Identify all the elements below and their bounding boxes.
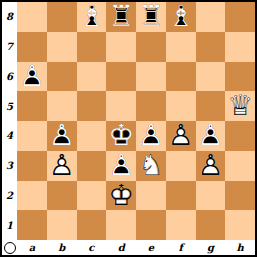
white-pawn-outline-glyph: ♙ (196, 151, 226, 181)
square-f2[interactable] (166, 181, 196, 211)
square-f6[interactable] (166, 62, 196, 92)
rank-label-7: 7 (2, 32, 17, 62)
square-h2[interactable] (225, 181, 255, 211)
white-pawn-f4[interactable]: ♟♙ (166, 121, 196, 151)
white-king-outline-glyph: ♔ (106, 181, 136, 211)
square-e3[interactable]: ♞♘ (136, 151, 166, 181)
square-h5[interactable]: ♛♕ (225, 91, 255, 121)
square-e4[interactable]: ♟♙ (136, 121, 166, 151)
square-g2[interactable] (196, 181, 226, 211)
black-rook-outline-glyph: ♖ (106, 2, 136, 32)
square-g3[interactable]: ♟♙ (196, 151, 226, 181)
square-g4[interactable]: ♟♙ (196, 121, 226, 151)
black-pawn-outline-glyph: ♙ (106, 151, 136, 181)
square-a2[interactable] (17, 181, 47, 211)
square-e8[interactable]: ♜♖ (136, 2, 166, 32)
file-label-h: h (225, 240, 255, 255)
black-rook-outline-glyph: ♖ (136, 2, 166, 32)
square-c1[interactable] (77, 210, 107, 240)
square-b4[interactable]: ♟♙ (47, 121, 77, 151)
file-label-c: c (77, 240, 107, 255)
square-b6[interactable] (47, 62, 77, 92)
black-pawn-e4[interactable]: ♟♙ (136, 121, 166, 151)
square-a7[interactable] (17, 32, 47, 62)
square-f8[interactable]: ♝♗ (166, 2, 196, 32)
rank-labels: 87654321 (2, 2, 17, 240)
square-f5[interactable] (166, 91, 196, 121)
black-rook-e8[interactable]: ♜♖ (136, 2, 166, 32)
square-a5[interactable] (17, 91, 47, 121)
to-move-corner (2, 240, 17, 255)
square-b1[interactable] (47, 210, 77, 240)
square-c2[interactable] (77, 181, 107, 211)
white-to-move-circle-icon (4, 242, 16, 254)
white-knight-outline-glyph: ♘ (136, 151, 166, 181)
black-king-outline-glyph: ♔ (106, 121, 136, 151)
file-label-e: e (136, 240, 166, 255)
square-h3[interactable] (225, 151, 255, 181)
black-rook-d8[interactable]: ♜♖ (106, 2, 136, 32)
file-label-g: g (196, 240, 226, 255)
black-bishop-f8[interactable]: ♝♗ (166, 2, 196, 32)
black-pawn-g4[interactable]: ♟♙ (196, 121, 226, 151)
rank-label-6: 6 (2, 62, 17, 92)
black-bishop-c8[interactable]: ♝♗ (77, 2, 107, 32)
chess-diagram: 87654321 ♝♗♜♖♜♖♝♗♟♙♛♕♟♙♚♔♟♙♟♙♟♙♟♙♟♙♞♘♟♙♚… (0, 0, 257, 257)
square-c3[interactable] (77, 151, 107, 181)
white-pawn-outline-glyph: ♙ (166, 121, 196, 151)
square-h8[interactable] (225, 2, 255, 32)
square-d8[interactable]: ♜♖ (106, 2, 136, 32)
square-d7[interactable] (106, 32, 136, 62)
square-b8[interactable] (47, 2, 77, 32)
white-queen-h5[interactable]: ♛♕ (225, 91, 255, 121)
square-e2[interactable] (136, 181, 166, 211)
rank-label-4: 4 (2, 121, 17, 151)
file-label-a: a (17, 240, 47, 255)
black-pawn-outline-glyph: ♙ (17, 62, 47, 92)
file-label-b: b (47, 240, 77, 255)
square-h6[interactable] (225, 62, 255, 92)
rank-label-2: 2 (2, 181, 17, 211)
square-h7[interactable] (225, 32, 255, 62)
square-g8[interactable] (196, 2, 226, 32)
square-a6[interactable]: ♟♙ (17, 62, 47, 92)
black-bishop-outline-glyph: ♗ (166, 2, 196, 32)
square-f7[interactable] (166, 32, 196, 62)
square-a1[interactable] (17, 210, 47, 240)
square-e1[interactable] (136, 210, 166, 240)
square-h1[interactable] (225, 210, 255, 240)
black-pawn-b4[interactable]: ♟♙ (47, 121, 77, 151)
square-b3[interactable]: ♟♙ (47, 151, 77, 181)
square-e6[interactable] (136, 62, 166, 92)
square-g5[interactable] (196, 91, 226, 121)
square-b2[interactable] (47, 181, 77, 211)
square-c6[interactable] (77, 62, 107, 92)
square-f1[interactable] (166, 210, 196, 240)
black-pawn-d3[interactable]: ♟♙ (106, 151, 136, 181)
black-pawn-outline-glyph: ♙ (136, 121, 166, 151)
white-pawn-g3[interactable]: ♟♙ (196, 151, 226, 181)
rank-label-5: 5 (2, 91, 17, 121)
rank-label-3: 3 (2, 151, 17, 181)
square-b5[interactable] (47, 91, 77, 121)
square-f3[interactable] (166, 151, 196, 181)
white-knight-e3[interactable]: ♞♘ (136, 151, 166, 181)
square-d4[interactable]: ♚♔ (106, 121, 136, 151)
chess-board: ♝♗♜♖♜♖♝♗♟♙♛♕♟♙♚♔♟♙♟♙♟♙♟♙♟♙♞♘♟♙♚♔ (17, 2, 255, 240)
square-e7[interactable] (136, 32, 166, 62)
black-bishop-outline-glyph: ♗ (77, 2, 107, 32)
square-g6[interactable] (196, 62, 226, 92)
black-pawn-outline-glyph: ♙ (47, 121, 77, 151)
square-a8[interactable] (17, 2, 47, 32)
square-d3[interactable]: ♟♙ (106, 151, 136, 181)
white-pawn-b3[interactable]: ♟♙ (47, 151, 77, 181)
white-pawn-outline-glyph: ♙ (47, 151, 77, 181)
square-a4[interactable] (17, 121, 47, 151)
square-g7[interactable] (196, 32, 226, 62)
white-king-d2[interactable]: ♚♔ (106, 181, 136, 211)
black-pawn-a6[interactable]: ♟♙ (17, 62, 47, 92)
square-c8[interactable]: ♝♗ (77, 2, 107, 32)
white-queen-outline-glyph: ♕ (225, 91, 255, 121)
square-d5[interactable] (106, 91, 136, 121)
square-c4[interactable] (77, 121, 107, 151)
square-g1[interactable] (196, 210, 226, 240)
square-d1[interactable] (106, 210, 136, 240)
black-pawn-outline-glyph: ♙ (196, 121, 226, 151)
square-a3[interactable] (17, 151, 47, 181)
file-label-d: d (106, 240, 136, 255)
black-king-d4[interactable]: ♚♔ (106, 121, 136, 151)
square-c5[interactable] (77, 91, 107, 121)
square-f4[interactable]: ♟♙ (166, 121, 196, 151)
file-labels: abcdefgh (17, 240, 255, 255)
square-h4[interactable] (225, 121, 255, 151)
file-label-f: f (166, 240, 196, 255)
rank-label-8: 8 (2, 2, 17, 32)
square-d2[interactable]: ♚♔ (106, 181, 136, 211)
square-c7[interactable] (77, 32, 107, 62)
square-d6[interactable] (106, 62, 136, 92)
square-e5[interactable] (136, 91, 166, 121)
rank-label-1: 1 (2, 210, 17, 240)
square-b7[interactable] (47, 32, 77, 62)
